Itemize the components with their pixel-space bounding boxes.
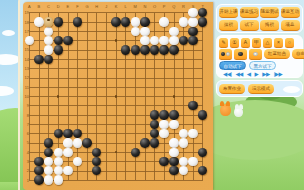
row-label: 7 xyxy=(23,122,29,127)
black-stone[interactable] xyxy=(198,17,207,26)
black-stone[interactable] xyxy=(73,17,82,26)
black-stone[interactable] xyxy=(150,120,159,129)
white-stone[interactable] xyxy=(179,17,188,26)
skip-end-icon[interactable]: |▶▶ xyxy=(274,70,282,78)
skip-start-icon[interactable]: ◀◀| xyxy=(223,70,231,78)
class-controls-panel: 开始上课课堂练习随堂测试课堂互动 摆棋试下悔棋清盘 xyxy=(216,4,303,33)
black-stone[interactable] xyxy=(150,110,159,119)
black-stone[interactable] xyxy=(198,8,207,17)
row-label: 3 xyxy=(23,159,29,164)
white-stone[interactable] xyxy=(179,157,188,166)
black-stone[interactable] xyxy=(150,45,159,54)
tools-panel: ✎①A甲△×○ 红蓝组合自由组合 自动试下黑方试下 ◀◀|◀◀◀▶▶▶|▶▶ xyxy=(216,35,303,78)
white-stone[interactable] xyxy=(188,129,197,138)
black-stone[interactable] xyxy=(188,101,197,110)
combo-button[interactable]: 自由组合 xyxy=(292,49,304,59)
white-stone[interactable] xyxy=(44,175,53,184)
star-point xyxy=(115,39,117,41)
white-stone-icon xyxy=(253,52,258,57)
class-button[interactable]: 开始上课 xyxy=(219,7,238,18)
white-stone[interactable] xyxy=(44,166,53,175)
black-white-pair-button[interactable] xyxy=(219,49,232,60)
white-stone[interactable] xyxy=(44,27,53,36)
white-stone[interactable] xyxy=(131,27,140,36)
white-rabbit-mascot xyxy=(234,107,243,117)
column-label: J xyxy=(102,3,110,10)
row-label: 8 xyxy=(23,113,29,118)
black-stone[interactable] xyxy=(121,17,130,26)
column-label: C xyxy=(45,3,53,10)
cloud xyxy=(0,86,14,96)
row-label: 14 xyxy=(23,57,29,62)
play-icon[interactable]: ▶ xyxy=(255,70,259,78)
column-label: F xyxy=(73,3,81,10)
row-label: 1 xyxy=(23,178,29,183)
black-stone[interactable] xyxy=(111,17,120,26)
board-action-button[interactable]: 清盘 xyxy=(281,20,300,31)
black-stone[interactable] xyxy=(73,129,82,138)
white-stone[interactable] xyxy=(25,36,34,45)
board-action-button[interactable]: 悔棋 xyxy=(260,20,279,31)
bottom-actions-panel: 布置作业演示模式 xyxy=(216,80,303,97)
black-stone[interactable] xyxy=(34,166,43,175)
row-label: 17 xyxy=(23,29,29,34)
row-label: 15 xyxy=(23,47,29,52)
black-stone[interactable] xyxy=(54,129,63,138)
black-stone[interactable] xyxy=(159,157,168,166)
last-move-marker xyxy=(47,19,49,21)
column-label: N xyxy=(141,3,149,10)
black-stone[interactable] xyxy=(150,129,159,138)
column-label: G xyxy=(83,3,91,10)
white-stone[interactable] xyxy=(179,138,188,147)
column-label: Q xyxy=(170,3,178,10)
white-stone[interactable] xyxy=(73,157,82,166)
white-stone[interactable] xyxy=(63,148,72,157)
white-stone[interactable] xyxy=(54,148,63,157)
row-label: 2 xyxy=(23,168,29,173)
star-point xyxy=(115,95,117,97)
column-label: R xyxy=(179,3,187,10)
black-stone[interactable] xyxy=(169,110,178,119)
class-button[interactable]: 课堂互动 xyxy=(281,7,300,18)
try-move-button[interactable]: 黑方试下 xyxy=(249,61,276,70)
tool-icon-4[interactable]: △ xyxy=(263,38,272,48)
small-cloud xyxy=(283,86,300,93)
black-stone[interactable] xyxy=(169,45,178,54)
column-label: E xyxy=(64,3,72,10)
black-stone[interactable] xyxy=(34,157,43,166)
white-stone[interactable] xyxy=(44,45,53,54)
black-stone[interactable] xyxy=(140,45,149,54)
app-scene: ABCDEFGHJKLMNOPQRST191817161514131211109… xyxy=(0,0,304,190)
black-stone-button[interactable] xyxy=(234,49,247,60)
row-label: 11 xyxy=(23,85,29,90)
black-stone[interactable] xyxy=(131,45,140,54)
black-stone[interactable] xyxy=(92,157,101,166)
black-stone[interactable] xyxy=(54,17,63,26)
cloud xyxy=(0,54,20,65)
white-stone[interactable] xyxy=(150,36,159,45)
column-label: M xyxy=(131,3,139,10)
cloud xyxy=(2,30,15,36)
marked-stone[interactable] xyxy=(44,17,53,26)
row-label: 18 xyxy=(23,20,29,25)
row-label: 10 xyxy=(23,94,29,99)
try-move-button[interactable]: 自动试下 xyxy=(219,61,246,70)
black-stone-icon xyxy=(238,52,243,57)
white-stone-button[interactable] xyxy=(249,49,262,60)
class-button[interactable]: 随堂测试 xyxy=(260,7,279,18)
white-stone[interactable] xyxy=(54,175,63,184)
column-label: D xyxy=(54,3,62,10)
mascot-ear xyxy=(239,104,243,109)
white-stone[interactable] xyxy=(188,17,197,26)
white-stone[interactable] xyxy=(34,17,43,26)
row-label: 4 xyxy=(23,150,29,155)
black-stone[interactable] xyxy=(82,138,91,147)
black-stone[interactable] xyxy=(63,129,72,138)
black-stone[interactable] xyxy=(159,45,168,54)
row-label: 6 xyxy=(23,131,29,136)
step-back-icon[interactable]: ◀ xyxy=(247,70,251,78)
fast-forward-icon[interactable]: ▶▶ xyxy=(262,70,269,78)
black-stone[interactable] xyxy=(159,110,168,119)
white-stone[interactable] xyxy=(73,138,82,147)
board-action-button[interactable]: 试下 xyxy=(240,20,259,31)
white-stone[interactable] xyxy=(169,36,178,45)
black-stone[interactable] xyxy=(44,148,53,157)
column-label: P xyxy=(160,3,168,10)
row-label: 9 xyxy=(23,103,29,108)
black-stone[interactable] xyxy=(92,166,101,175)
black-stone[interactable] xyxy=(169,157,178,166)
black-stone[interactable] xyxy=(34,55,43,64)
white-stone[interactable] xyxy=(159,17,168,26)
black-stone[interactable] xyxy=(140,138,149,147)
black-stone[interactable] xyxy=(140,17,149,26)
white-stone[interactable] xyxy=(140,27,149,36)
combo-button[interactable]: 红蓝组合 xyxy=(264,49,290,59)
class-button[interactable]: 课堂练习 xyxy=(240,7,259,18)
white-stone[interactable] xyxy=(188,157,197,166)
white-stone[interactable] xyxy=(169,138,178,147)
white-stone[interactable] xyxy=(169,120,178,129)
go-board[interactable]: ABCDEFGHJKLMNOPQRST191817161514131211109… xyxy=(23,2,213,190)
board-action-button[interactable]: 摆棋 xyxy=(219,20,238,31)
white-stone[interactable] xyxy=(63,138,72,147)
row-label: 19 xyxy=(23,10,29,15)
black-stone[interactable] xyxy=(34,175,43,184)
black-stone[interactable] xyxy=(188,27,197,36)
star-point xyxy=(173,95,175,97)
white-stone[interactable] xyxy=(54,166,63,175)
tool-icon-1[interactable]: ① xyxy=(230,38,239,48)
row-label: 13 xyxy=(23,66,29,71)
board-grid-line xyxy=(125,13,126,180)
white-stone[interactable] xyxy=(188,8,197,17)
tool-icon-6[interactable]: ○ xyxy=(285,38,294,48)
tool-icon-3[interactable]: 甲 xyxy=(252,38,261,48)
row-label: 5 xyxy=(23,140,29,145)
black-stone[interactable] xyxy=(198,110,207,119)
black-stone[interactable] xyxy=(198,166,207,175)
white-stone[interactable] xyxy=(159,36,168,45)
white-stone[interactable] xyxy=(44,36,53,45)
black-stone[interactable] xyxy=(198,148,207,157)
white-stone[interactable] xyxy=(54,157,63,166)
tool-icon-2[interactable]: A xyxy=(241,38,250,48)
white-stone[interactable] xyxy=(179,129,188,138)
mascot-ear xyxy=(226,101,230,106)
column-label: K xyxy=(112,3,120,10)
tool-icon-5[interactable]: × xyxy=(274,38,283,48)
black-stone-icon xyxy=(221,52,226,57)
black-stone[interactable] xyxy=(44,55,53,64)
row-label: 12 xyxy=(23,75,29,80)
fast-back-icon[interactable]: ◀◀ xyxy=(235,70,242,78)
black-stone[interactable] xyxy=(179,36,188,45)
demo-mode-button[interactable]: 演示模式 xyxy=(248,84,274,94)
white-stone[interactable] xyxy=(159,129,168,138)
black-stone[interactable] xyxy=(188,36,197,45)
white-stone[interactable] xyxy=(63,166,72,175)
tool-icon-0[interactable]: ✎ xyxy=(219,38,228,48)
black-stone[interactable] xyxy=(131,148,140,157)
white-stone[interactable] xyxy=(131,17,140,26)
white-stone[interactable] xyxy=(159,120,168,129)
game-window: ABCDEFGHJKLMNOPQRST191817161514131211109… xyxy=(18,0,304,190)
orange-fox-mascot xyxy=(220,104,231,116)
mascot-ear xyxy=(220,101,224,106)
column-label: H xyxy=(93,3,101,10)
black-stone[interactable] xyxy=(54,45,63,54)
black-stone[interactable] xyxy=(44,138,53,147)
board-grid-line xyxy=(29,105,202,106)
white-stone[interactable] xyxy=(179,166,188,175)
column-label: B xyxy=(35,3,43,10)
white-stone[interactable] xyxy=(169,148,178,157)
column-label: O xyxy=(151,3,159,10)
black-stone[interactable] xyxy=(92,148,101,157)
column-label: L xyxy=(122,3,130,10)
black-stone[interactable] xyxy=(150,138,159,147)
column-label: A xyxy=(25,3,33,10)
black-stone[interactable] xyxy=(63,36,72,45)
white-stone[interactable] xyxy=(169,27,178,36)
black-stone[interactable] xyxy=(54,36,63,45)
white-stone-icon xyxy=(226,52,231,57)
black-stone[interactable] xyxy=(169,166,178,175)
black-stone[interactable] xyxy=(121,45,130,54)
white-stone[interactable] xyxy=(44,157,53,166)
white-stone[interactable] xyxy=(140,36,149,45)
assign-homework-button[interactable]: 布置作业 xyxy=(219,84,245,94)
